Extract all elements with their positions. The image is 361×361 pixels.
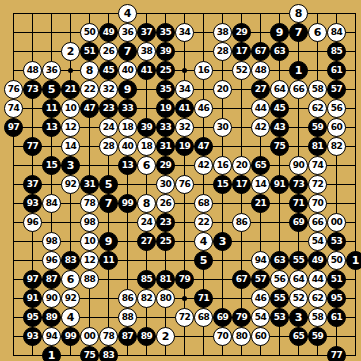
white-stone: 20 [213, 80, 232, 99]
move-number: 81 [160, 275, 172, 284]
black-stone: 95 [23, 308, 42, 327]
move-number: 40 [122, 66, 134, 75]
grid-line-h [13, 355, 356, 356]
move-number: 38 [141, 47, 153, 56]
move-number: 77 [27, 142, 39, 151]
move-number: 67 [255, 47, 267, 56]
black-stone: 7 [118, 42, 137, 61]
move-number: 50 [84, 28, 96, 37]
move-number: 24 [103, 123, 115, 132]
move-number: 12 [84, 256, 96, 265]
move-number: 37 [27, 180, 39, 189]
white-stone: 00 [327, 213, 346, 232]
move-number: 3 [295, 312, 303, 323]
black-stone: 15 [213, 175, 232, 194]
move-number: 84 [46, 199, 58, 208]
move-number: 52 [293, 294, 305, 303]
move-number: 48 [255, 66, 267, 75]
white-stone: 8 [80, 61, 99, 80]
move-number: 82 [331, 142, 343, 151]
black-stone: 13 [42, 118, 61, 137]
move-number: 44 [312, 275, 324, 284]
white-stone: 00 [80, 327, 99, 346]
move-number: 5 [200, 255, 208, 266]
black-stone: 15 [42, 156, 61, 175]
black-stone: 17 [232, 42, 251, 61]
black-stone: 89 [137, 327, 156, 346]
move-number: 2 [162, 331, 170, 342]
white-stone: 74 [308, 156, 327, 175]
black-stone: 89 [42, 308, 61, 327]
move-number: 19 [160, 104, 172, 113]
black-stone: 27 [137, 232, 156, 251]
white-stone: 28 [213, 42, 232, 61]
move-number: 5 [48, 84, 56, 95]
move-number: 65 [293, 332, 305, 341]
move-number: 6 [314, 27, 322, 38]
move-number: 56 [274, 275, 286, 284]
move-number: 36 [46, 66, 58, 75]
white-stone: 80 [156, 289, 175, 308]
white-stone: 58 [308, 80, 327, 99]
white-stone: 38 [213, 23, 232, 42]
black-stone: 7 [99, 194, 118, 213]
white-stone: 72 [175, 308, 194, 327]
move-number: 45 [274, 104, 286, 113]
white-stone: 42 [194, 156, 213, 175]
move-number: 88 [122, 313, 134, 322]
white-stone: 62 [308, 289, 327, 308]
white-stone: 88 [80, 270, 99, 289]
move-number: 59 [312, 332, 324, 341]
white-stone: 88 [118, 308, 137, 327]
move-number: 91 [27, 294, 39, 303]
move-number: 23 [103, 104, 115, 113]
white-stone: 92 [61, 175, 80, 194]
move-number: 53 [331, 237, 343, 246]
move-number: 45 [103, 66, 115, 75]
white-stone: 2 [61, 42, 80, 61]
move-number: 20 [217, 85, 229, 94]
move-number: 28 [217, 47, 229, 56]
white-stone: 50 [80, 23, 99, 42]
move-number: 75 [274, 142, 286, 151]
white-stone: 76 [4, 80, 23, 99]
move-number: 27 [141, 237, 153, 246]
move-number: 40 [122, 142, 134, 151]
black-stone: 3 [213, 232, 232, 251]
black-stone: 35 [156, 23, 175, 42]
black-stone: 23 [156, 213, 175, 232]
white-stone: 82 [327, 137, 346, 156]
move-number: 44 [255, 104, 267, 113]
black-stone: 39 [156, 42, 175, 61]
black-stone: 37 [137, 23, 156, 42]
white-stone: 78 [80, 194, 99, 213]
black-stone: 21 [251, 194, 270, 213]
black-stone: 85 [137, 270, 156, 289]
move-number: 64 [274, 85, 286, 94]
white-stone: 64 [270, 80, 289, 99]
black-stone: 91 [270, 175, 289, 194]
move-number: 72 [179, 313, 191, 322]
black-stone: 1 [289, 61, 308, 80]
white-stone: 38 [137, 42, 156, 61]
grid-line-h [13, 241, 356, 242]
black-stone: 51 [80, 42, 99, 61]
move-number: 41 [141, 66, 153, 75]
white-stone: 14 [61, 137, 80, 156]
white-stone: 16 [213, 156, 232, 175]
move-number: 63 [274, 256, 286, 265]
white-stone: 60 [327, 118, 346, 137]
move-number: 39 [141, 123, 153, 132]
white-stone: 54 [251, 308, 270, 327]
move-number: 87 [46, 275, 58, 284]
move-number: 73 [27, 85, 39, 94]
move-number: 9 [105, 236, 113, 247]
move-number: 62 [312, 104, 324, 113]
black-stone: 49 [99, 23, 118, 42]
move-number: 97 [8, 123, 20, 132]
move-number: 95 [331, 294, 343, 303]
move-number: 42 [198, 161, 210, 170]
white-stone: 90 [42, 289, 61, 308]
white-stone: 48 [23, 61, 42, 80]
move-number: 42 [255, 123, 267, 132]
black-stone: 35 [156, 80, 175, 99]
white-stone: 68 [194, 194, 213, 213]
move-number: 30 [160, 180, 172, 189]
move-number: 4 [124, 8, 132, 19]
move-number: 7 [124, 46, 132, 57]
black-stone: 29 [156, 156, 175, 175]
move-number: 31 [160, 142, 172, 151]
move-number: 46 [198, 104, 210, 113]
black-stone: 9 [270, 23, 289, 42]
white-stone: 80 [232, 327, 251, 346]
black-stone: 79 [175, 270, 194, 289]
black-stone: 31 [80, 175, 99, 194]
black-stone: 47 [194, 137, 213, 156]
black-stone: 69 [213, 308, 232, 327]
white-stone: 32 [99, 80, 118, 99]
white-stone: 84 [327, 23, 346, 42]
black-stone: 99 [61, 327, 80, 346]
white-stone: 96 [42, 251, 61, 270]
move-number: 74 [8, 104, 20, 113]
white-stone: 68 [194, 308, 213, 327]
move-number: 00 [84, 332, 96, 341]
black-stone: 29 [232, 23, 251, 42]
white-stone: 34 [175, 80, 194, 99]
white-stone: 70 [308, 194, 327, 213]
black-stone: 87 [118, 327, 137, 346]
move-number: 50 [331, 256, 343, 265]
black-stone: 67 [251, 42, 270, 61]
black-stone: 13 [118, 156, 137, 175]
move-number: 2 [67, 46, 75, 57]
black-stone: 65 [289, 327, 308, 346]
black-stone: 3 [289, 308, 308, 327]
white-stone: 34 [175, 23, 194, 42]
move-number: 68 [198, 313, 210, 322]
move-number: 38 [217, 28, 229, 37]
move-number: 39 [160, 47, 172, 56]
white-stone: 8 [137, 194, 156, 213]
move-number: 49 [103, 28, 115, 37]
move-number: 26 [160, 199, 172, 208]
move-number: 8 [143, 198, 151, 209]
white-stone: 22 [194, 213, 213, 232]
black-stone: 77 [23, 137, 42, 156]
black-stone: 11 [99, 251, 118, 270]
move-number: 12 [65, 123, 77, 132]
white-stone: 98 [42, 232, 61, 251]
move-number: 19 [179, 142, 191, 151]
white-stone: 44 [251, 99, 270, 118]
move-number: 36 [122, 28, 134, 37]
move-number: 70 [217, 332, 229, 341]
black-stone: 67 [232, 270, 251, 289]
move-number: 80 [160, 294, 172, 303]
black-stone: 21 [61, 80, 80, 99]
move-number: 60 [255, 332, 267, 341]
move-number: 48 [27, 66, 39, 75]
black-stone: 33 [118, 99, 137, 118]
move-number: 81 [312, 142, 324, 151]
move-number: 90 [293, 161, 305, 170]
black-stone: 79 [232, 308, 251, 327]
move-number: 57 [255, 275, 267, 284]
move-number: 16 [198, 66, 210, 75]
white-stone: 50 [327, 251, 346, 270]
black-stone: 59 [308, 327, 327, 346]
move-number: 76 [8, 85, 20, 94]
move-number: 32 [103, 85, 115, 94]
black-stone: 69 [289, 213, 308, 232]
move-number: 57 [331, 85, 343, 94]
black-stone: 1 [346, 251, 361, 270]
move-number: 71 [198, 294, 210, 303]
move-number: 16 [217, 161, 229, 170]
move-number: 00 [331, 218, 343, 227]
move-number: 54 [312, 237, 324, 246]
black-stone: 19 [156, 99, 175, 118]
white-stone: 78 [99, 327, 118, 346]
black-stone: 93 [23, 194, 42, 213]
move-number: 79 [236, 313, 248, 322]
move-number: 86 [122, 294, 134, 303]
move-number: 98 [84, 218, 96, 227]
move-number: 49 [312, 256, 324, 265]
move-number: 76 [179, 180, 191, 189]
white-stone: 10 [61, 99, 80, 118]
move-number: 86 [236, 218, 248, 227]
black-stone: 61 [327, 308, 346, 327]
black-stone: 91 [23, 289, 42, 308]
move-number: 84 [331, 28, 343, 37]
move-number: 43 [274, 123, 286, 132]
white-stone: 56 [270, 270, 289, 289]
black-stone: 53 [270, 308, 289, 327]
black-stone: 63 [270, 251, 289, 270]
black-stone: 73 [289, 175, 308, 194]
black-stone: 41 [175, 99, 194, 118]
move-number: 53 [274, 313, 286, 322]
white-stone: 36 [42, 61, 61, 80]
white-stone: 4 [194, 232, 213, 251]
move-number: 13 [46, 123, 58, 132]
white-stone: 98 [80, 213, 99, 232]
move-number: 80 [236, 332, 248, 341]
move-number: 96 [46, 256, 58, 265]
move-number: 68 [198, 199, 210, 208]
white-stone: 84 [42, 194, 61, 213]
move-number: 92 [65, 294, 77, 303]
black-stone: 37 [23, 175, 42, 194]
move-number: 14 [65, 142, 77, 151]
move-number: 69 [217, 313, 229, 322]
move-number: 65 [255, 161, 267, 170]
white-stone: 70 [213, 327, 232, 346]
move-number: 21 [255, 199, 267, 208]
move-number: 4 [67, 312, 75, 323]
white-stone: 40 [118, 137, 137, 156]
move-number: 31 [84, 180, 96, 189]
move-number: 77 [331, 351, 343, 360]
white-stone: 20 [232, 156, 251, 175]
move-number: 30 [217, 123, 229, 132]
move-number: 93 [27, 199, 39, 208]
white-stone: 52 [289, 289, 308, 308]
white-stone: 12 [80, 251, 99, 270]
move-number: 9 [276, 27, 284, 38]
move-number: 99 [65, 332, 77, 341]
move-number: 67 [236, 275, 248, 284]
star-point [68, 68, 73, 73]
move-number: 51 [331, 275, 343, 284]
move-number: 11 [103, 256, 115, 265]
move-number: 54 [255, 313, 267, 322]
black-stone: 41 [137, 61, 156, 80]
black-stone: 61 [327, 61, 346, 80]
move-number: 90 [46, 294, 58, 303]
white-stone: 14 [251, 175, 270, 194]
move-number: 74 [312, 161, 324, 170]
move-number: 18 [141, 142, 153, 151]
move-number: 7 [105, 198, 113, 209]
black-stone: 23 [99, 99, 118, 118]
black-stone: 77 [327, 346, 346, 361]
move-number: 66 [293, 85, 305, 94]
white-stone: 58 [308, 308, 327, 327]
move-number: 29 [160, 161, 172, 170]
move-number: 95 [27, 313, 39, 322]
grid-line-v [355, 13, 356, 356]
move-number: 78 [103, 332, 115, 341]
white-stone: 24 [99, 118, 118, 137]
move-number: 72 [312, 180, 324, 189]
move-number: 85 [331, 47, 343, 56]
black-stone: 55 [289, 251, 308, 270]
white-stone: 16 [194, 61, 213, 80]
move-number: 34 [179, 85, 191, 94]
move-number: 52 [236, 66, 248, 75]
move-number: 15 [217, 180, 229, 189]
move-number: 98 [46, 237, 58, 246]
white-stone: 66 [289, 80, 308, 99]
move-number: 23 [160, 218, 172, 227]
black-stone: 81 [308, 137, 327, 156]
white-stone: 12 [61, 118, 80, 137]
move-number: 14 [255, 180, 267, 189]
black-stone: 63 [270, 42, 289, 61]
white-stone: 6 [308, 23, 327, 42]
move-number: 87 [122, 332, 134, 341]
move-number: 8 [295, 8, 303, 19]
black-stone: 81 [156, 270, 175, 289]
move-number: 35 [160, 28, 172, 37]
move-number: 66 [312, 218, 324, 227]
black-stone: 9 [99, 232, 118, 251]
black-stone: 57 [327, 80, 346, 99]
move-number: 37 [141, 28, 153, 37]
move-number: 61 [331, 66, 343, 75]
white-stone: 76 [175, 175, 194, 194]
white-stone: 72 [308, 175, 327, 194]
star-point [182, 68, 187, 73]
white-stone: 36 [118, 23, 137, 42]
move-number: 25 [160, 237, 172, 246]
black-stone: 45 [270, 99, 289, 118]
move-number: 28 [103, 142, 115, 151]
white-stone: 64 [289, 270, 308, 289]
move-number: 34 [179, 28, 191, 37]
black-stone: 1 [42, 346, 61, 361]
black-stone: 93 [23, 327, 42, 346]
move-number: 32 [179, 123, 191, 132]
move-number: 21 [65, 85, 77, 94]
white-stone: 26 [99, 42, 118, 61]
black-stone: 9 [118, 80, 137, 99]
move-number: 4 [200, 236, 208, 247]
move-number: 1 [352, 255, 360, 266]
move-number: 10 [84, 237, 96, 246]
move-number: 51 [84, 47, 96, 56]
move-number: 97 [27, 275, 39, 284]
move-number: 71 [293, 199, 305, 208]
move-number: 13 [122, 161, 134, 170]
white-stone: 2 [156, 327, 175, 346]
move-number: 55 [293, 256, 305, 265]
move-number: 62 [312, 294, 324, 303]
white-stone: 8 [289, 4, 308, 23]
black-stone: 43 [270, 118, 289, 137]
black-stone: 25 [156, 232, 175, 251]
black-stone: 53 [327, 232, 346, 251]
move-number: 55 [274, 294, 286, 303]
move-number: 92 [65, 180, 77, 189]
move-number: 24 [141, 218, 153, 227]
move-number: 10 [65, 104, 77, 113]
black-stone: 51 [327, 270, 346, 289]
black-stone: 95 [327, 289, 346, 308]
star-point [182, 296, 187, 301]
white-stone: 18 [137, 137, 156, 156]
black-stone: 83 [99, 346, 118, 361]
white-stone: 66 [308, 213, 327, 232]
